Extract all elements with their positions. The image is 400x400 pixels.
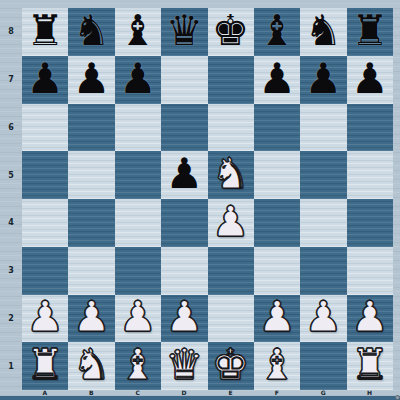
rank-label-1: 1 (0, 342, 22, 390)
piece-black-queen-d8[interactable]: ♛ (165, 10, 203, 52)
piece-white-rook-h1[interactable]: ♜ (351, 344, 389, 386)
file-labels: ABCDEFGH (22, 389, 393, 396)
square-d6[interactable] (161, 104, 207, 152)
square-c6[interactable] (115, 104, 161, 152)
piece-white-pawn-c2[interactable]: ♟ (119, 296, 157, 338)
file-label-h: H (347, 389, 393, 396)
piece-black-pawn-g7[interactable]: ♟ (305, 58, 343, 100)
square-a5[interactable] (22, 151, 68, 199)
piece-white-queen-d1[interactable]: ♛ (165, 344, 203, 386)
piece-white-king-e1[interactable]: ♚ (212, 344, 250, 386)
square-g8[interactable]: ♞ (300, 8, 346, 56)
piece-white-pawn-g2[interactable]: ♟ (305, 296, 343, 338)
square-f5[interactable] (254, 151, 300, 199)
square-f8[interactable]: ♝ (254, 8, 300, 56)
square-d4[interactable] (161, 199, 207, 247)
piece-white-pawn-d2[interactable]: ♟ (165, 296, 203, 338)
file-label-f: F (254, 389, 300, 396)
square-h5[interactable] (347, 151, 393, 199)
square-c3[interactable] (115, 247, 161, 295)
bottom-edge-strip (0, 396, 400, 400)
file-label-b: B (68, 389, 114, 396)
piece-white-pawn-h2[interactable]: ♟ (351, 296, 389, 338)
rank-label-8: 8 (0, 8, 22, 56)
file-label-d: D (161, 389, 207, 396)
piece-black-pawn-d5[interactable]: ♟ (165, 153, 203, 195)
piece-white-pawn-e4[interactable]: ♟ (212, 201, 250, 243)
square-b7[interactable]: ♟ (68, 56, 114, 104)
resize-grip-dot (395, 395, 400, 400)
rank-label-7: 7 (0, 56, 22, 104)
square-h8[interactable]: ♜ (347, 8, 393, 56)
piece-white-pawn-b2[interactable]: ♟ (73, 296, 111, 338)
square-d7[interactable] (161, 56, 207, 104)
square-c8[interactable]: ♝ (115, 8, 161, 56)
square-g1[interactable] (300, 342, 346, 390)
square-a3[interactable] (22, 247, 68, 295)
square-h7[interactable]: ♟ (347, 56, 393, 104)
square-h1[interactable]: ♜ (347, 342, 393, 390)
rank-label-2: 2 (0, 295, 22, 343)
piece-white-knight-b1[interactable]: ♞ (73, 344, 111, 386)
square-h6[interactable] (347, 104, 393, 152)
square-h4[interactable] (347, 199, 393, 247)
square-b8[interactable]: ♞ (68, 8, 114, 56)
file-label-a: A (22, 389, 68, 396)
square-a7[interactable]: ♟ (22, 56, 68, 104)
square-b3[interactable] (68, 247, 114, 295)
square-d5[interactable]: ♟ (161, 151, 207, 199)
square-e2[interactable] (208, 295, 254, 343)
square-g3[interactable] (300, 247, 346, 295)
rank-label-3: 3 (0, 247, 22, 295)
square-e5[interactable]: ♞ (208, 151, 254, 199)
square-c2[interactable]: ♟ (115, 295, 161, 343)
piece-black-knight-b8[interactable]: ♞ (73, 10, 111, 52)
square-f7[interactable]: ♟ (254, 56, 300, 104)
square-e1[interactable]: ♚ (208, 342, 254, 390)
rank-labels: 87654321 (0, 8, 22, 390)
square-f3[interactable] (254, 247, 300, 295)
chess-board-widget: 87654321 ♜♞♝♛♚♝♞♜♟♟♟♟♟♟♟♞♟♟♟♟♟♟♟♟♜♞♝♛♚♝♜… (0, 0, 400, 400)
square-b6[interactable] (68, 104, 114, 152)
square-g7[interactable]: ♟ (300, 56, 346, 104)
square-g2[interactable]: ♟ (300, 295, 346, 343)
piece-white-rook-a1[interactable]: ♜ (26, 344, 64, 386)
square-f6[interactable] (254, 104, 300, 152)
square-b4[interactable] (68, 199, 114, 247)
square-e7[interactable] (208, 56, 254, 104)
square-d1[interactable]: ♛ (161, 342, 207, 390)
file-label-e: E (208, 389, 254, 396)
square-d3[interactable] (161, 247, 207, 295)
square-e8[interactable]: ♚ (208, 8, 254, 56)
square-a1[interactable]: ♜ (22, 342, 68, 390)
piece-black-pawn-c7[interactable]: ♟ (119, 58, 157, 100)
square-e3[interactable] (208, 247, 254, 295)
square-c1[interactable]: ♝ (115, 342, 161, 390)
square-b2[interactable]: ♟ (68, 295, 114, 343)
piece-black-pawn-f7[interactable]: ♟ (258, 58, 296, 100)
square-d2[interactable]: ♟ (161, 295, 207, 343)
rank-label-5: 5 (0, 151, 22, 199)
piece-white-bishop-f1[interactable]: ♝ (258, 344, 296, 386)
piece-white-pawn-f2[interactable]: ♟ (258, 296, 296, 338)
rank-label-4: 4 (0, 199, 22, 247)
square-e4[interactable]: ♟ (208, 199, 254, 247)
piece-white-bishop-c1[interactable]: ♝ (119, 344, 157, 386)
chess-board[interactable]: ♜♞♝♛♚♝♞♜♟♟♟♟♟♟♟♞♟♟♟♟♟♟♟♟♜♞♝♛♚♝♜ (22, 8, 393, 390)
piece-black-rook-a8[interactable]: ♜ (26, 10, 64, 52)
square-g4[interactable] (300, 199, 346, 247)
piece-black-pawn-a7[interactable]: ♟ (26, 58, 64, 100)
piece-black-king-e8[interactable]: ♚ (212, 10, 250, 52)
square-e6[interactable] (208, 104, 254, 152)
square-a8[interactable]: ♜ (22, 8, 68, 56)
square-d8[interactable]: ♛ (161, 8, 207, 56)
square-h3[interactable] (347, 247, 393, 295)
square-f1[interactable]: ♝ (254, 342, 300, 390)
file-label-c: C (115, 389, 161, 396)
piece-black-rook-h8[interactable]: ♜ (351, 10, 389, 52)
square-g5[interactable] (300, 151, 346, 199)
piece-black-bishop-c8[interactable]: ♝ (119, 10, 157, 52)
square-b5[interactable] (68, 151, 114, 199)
piece-black-knight-g8[interactable]: ♞ (305, 10, 343, 52)
square-h2[interactable]: ♟ (347, 295, 393, 343)
piece-black-bishop-f8[interactable]: ♝ (258, 10, 296, 52)
square-a6[interactable] (22, 104, 68, 152)
piece-white-knight-e5[interactable]: ♞ (212, 153, 250, 195)
square-c5[interactable] (115, 151, 161, 199)
piece-black-pawn-h7[interactable]: ♟ (351, 58, 389, 100)
file-label-g: G (300, 389, 346, 396)
square-a4[interactable] (22, 199, 68, 247)
piece-black-pawn-b7[interactable]: ♟ (73, 58, 111, 100)
square-f4[interactable] (254, 199, 300, 247)
square-c4[interactable] (115, 199, 161, 247)
piece-white-pawn-a2[interactable]: ♟ (26, 296, 64, 338)
square-f2[interactable]: ♟ (254, 295, 300, 343)
square-b1[interactable]: ♞ (68, 342, 114, 390)
square-c7[interactable]: ♟ (115, 56, 161, 104)
square-g6[interactable] (300, 104, 346, 152)
square-a2[interactable]: ♟ (22, 295, 68, 343)
rank-label-6: 6 (0, 104, 22, 152)
